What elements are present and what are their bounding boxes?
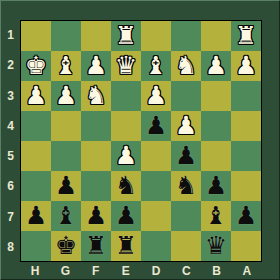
square-h5[interactable] [21, 141, 51, 171]
square-g8[interactable]: ♚ [51, 231, 81, 261]
piece-wP-e5: ♟ [115, 141, 137, 171]
file-labels: HGFEDCBA [20, 261, 262, 280]
square-c2[interactable]: ♞ [171, 51, 201, 81]
piece-bB-g7: ♝ [55, 201, 77, 231]
square-h8[interactable] [21, 231, 51, 261]
square-g2[interactable]: ♝ [51, 51, 81, 81]
piece-wR-e1: ♜ [115, 21, 137, 51]
square-c7[interactable] [171, 201, 201, 231]
square-d3[interactable]: ♟ [141, 81, 171, 111]
file-label-e: E [122, 265, 130, 277]
piece-wP-h3: ♟ [25, 81, 47, 111]
square-e7[interactable]: ♟ [111, 201, 141, 231]
square-h2[interactable]: ♚ [21, 51, 51, 81]
square-c3[interactable] [171, 81, 201, 111]
piece-bP-c5: ♟ [175, 141, 197, 171]
file-label-c: C [182, 265, 191, 277]
chess-diagram-frame: 12345678 ♜♜♚♝♟♛♝♞♟♟♟♟♞♟♟♟♟♟♟♞♞♟♟♝♟♟♝♟♚♜♜… [0, 0, 280, 280]
rank-label-6: 6 [7, 180, 14, 192]
square-h7[interactable]: ♟ [21, 201, 51, 231]
piece-bQ-b8: ♛ [205, 231, 227, 261]
piece-bB-b7: ♝ [205, 201, 227, 231]
square-d5[interactable] [141, 141, 171, 171]
square-e2[interactable]: ♛ [111, 51, 141, 81]
rank-label-5: 5 [7, 150, 14, 162]
piece-bR-f8: ♜ [85, 231, 107, 261]
rank-label-7: 7 [7, 211, 14, 223]
square-d8[interactable] [141, 231, 171, 261]
square-g4[interactable] [51, 111, 81, 141]
square-c1[interactable] [171, 21, 201, 51]
square-h6[interactable] [21, 171, 51, 201]
square-g5[interactable] [51, 141, 81, 171]
piece-wQ-e2: ♛ [115, 51, 137, 81]
square-e8[interactable]: ♜ [111, 231, 141, 261]
square-a8[interactable] [231, 231, 261, 261]
square-a4[interactable] [231, 111, 261, 141]
piece-bP-b6: ♟ [205, 171, 227, 201]
square-b6[interactable]: ♟ [201, 171, 231, 201]
piece-bN-e6: ♞ [115, 171, 137, 201]
piece-bP-g6: ♟ [55, 171, 77, 201]
square-f3[interactable]: ♞ [81, 81, 111, 111]
square-b8[interactable]: ♛ [201, 231, 231, 261]
rank-labels: 12345678 [1, 20, 20, 262]
square-d6[interactable] [141, 171, 171, 201]
square-f2[interactable]: ♟ [81, 51, 111, 81]
rank-label-1: 1 [7, 29, 14, 41]
square-a7[interactable]: ♟ [231, 201, 261, 231]
piece-bP-e7: ♟ [115, 201, 137, 231]
piece-bP-f7: ♟ [85, 201, 107, 231]
square-c4[interactable]: ♟ [171, 111, 201, 141]
square-g6[interactable]: ♟ [51, 171, 81, 201]
square-e1[interactable]: ♜ [111, 21, 141, 51]
square-d1[interactable] [141, 21, 171, 51]
rank-label-8: 8 [7, 241, 14, 253]
file-label-d: D [152, 265, 161, 277]
square-g1[interactable] [51, 21, 81, 51]
piece-wP-c4: ♟ [175, 111, 197, 141]
square-c8[interactable] [171, 231, 201, 261]
square-d2[interactable]: ♝ [141, 51, 171, 81]
piece-wR-a1: ♜ [235, 21, 257, 51]
square-h4[interactable] [21, 111, 51, 141]
square-a6[interactable] [231, 171, 261, 201]
square-h1[interactable] [21, 21, 51, 51]
piece-wP-a2: ♟ [235, 51, 257, 81]
square-b3[interactable] [201, 81, 231, 111]
piece-wP-d3: ♟ [145, 81, 167, 111]
square-b5[interactable] [201, 141, 231, 171]
square-b1[interactable] [201, 21, 231, 51]
square-b7[interactable]: ♝ [201, 201, 231, 231]
square-a1[interactable]: ♜ [231, 21, 261, 51]
square-f7[interactable]: ♟ [81, 201, 111, 231]
square-f4[interactable] [81, 111, 111, 141]
rank-label-2: 2 [7, 59, 14, 71]
square-h3[interactable]: ♟ [21, 81, 51, 111]
square-c5[interactable]: ♟ [171, 141, 201, 171]
square-d7[interactable] [141, 201, 171, 231]
piece-wP-f2: ♟ [85, 51, 107, 81]
square-b2[interactable]: ♟ [201, 51, 231, 81]
piece-wN-f3: ♞ [85, 81, 107, 111]
square-a5[interactable] [231, 141, 261, 171]
piece-bN-c6: ♞ [175, 171, 197, 201]
piece-wB-g2: ♝ [55, 51, 77, 81]
square-f1[interactable] [81, 21, 111, 51]
piece-wP-g3: ♟ [55, 81, 77, 111]
piece-bP-d4: ♟ [145, 111, 167, 141]
rank-label-4: 4 [7, 120, 14, 132]
rank-label-3: 3 [7, 90, 14, 102]
square-e3[interactable] [111, 81, 141, 111]
square-e6[interactable]: ♞ [111, 171, 141, 201]
square-b4[interactable] [201, 111, 231, 141]
square-g7[interactable]: ♝ [51, 201, 81, 231]
square-e5[interactable]: ♟ [111, 141, 141, 171]
file-label-g: G [61, 265, 70, 277]
file-label-b: B [212, 265, 221, 277]
piece-wB-d2: ♝ [145, 51, 167, 81]
square-f6[interactable] [81, 171, 111, 201]
square-e4[interactable] [111, 111, 141, 141]
piece-bP-a7: ♟ [235, 201, 257, 231]
piece-bK-g8: ♚ [55, 231, 77, 261]
square-a2[interactable]: ♟ [231, 51, 261, 81]
piece-wN-c2: ♞ [175, 51, 197, 81]
piece-bP-h7: ♟ [25, 201, 47, 231]
piece-bR-e8: ♜ [115, 231, 137, 261]
piece-wK-h2: ♚ [25, 51, 47, 81]
square-f5[interactable] [81, 141, 111, 171]
file-label-a: A [243, 265, 252, 277]
square-c6[interactable]: ♞ [171, 171, 201, 201]
square-g3[interactable]: ♟ [51, 81, 81, 111]
square-f8[interactable]: ♜ [81, 231, 111, 261]
file-label-f: F [92, 265, 99, 277]
square-a3[interactable] [231, 81, 261, 111]
square-d4[interactable]: ♟ [141, 111, 171, 141]
file-label-h: H [31, 265, 40, 277]
chess-board[interactable]: ♜♜♚♝♟♛♝♞♟♟♟♟♞♟♟♟♟♟♟♞♞♟♟♝♟♟♝♟♚♜♜♛ [20, 20, 262, 262]
piece-wP-b2: ♟ [205, 51, 227, 81]
